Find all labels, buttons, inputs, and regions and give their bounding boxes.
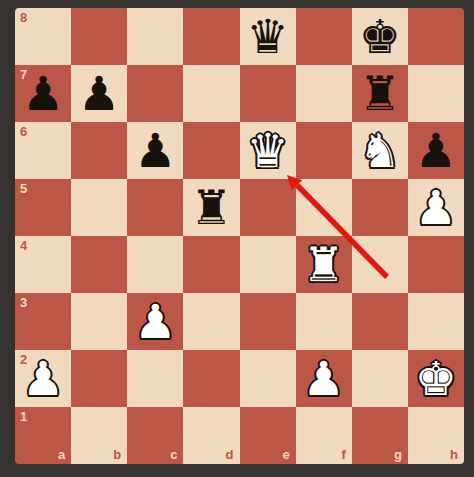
piece-white-pawn-h5[interactable]: ♟ bbox=[408, 179, 464, 236]
square-f8[interactable] bbox=[296, 8, 352, 65]
square-b8[interactable] bbox=[71, 8, 127, 65]
rank-label-4: 4 bbox=[20, 238, 27, 253]
square-h7[interactable] bbox=[408, 65, 464, 122]
square-d5[interactable]: ♜ bbox=[183, 179, 239, 236]
piece-black-rook-d5[interactable]: ♜ bbox=[183, 179, 239, 236]
square-a8[interactable]: 8 bbox=[15, 8, 71, 65]
piece-black-pawn-a7[interactable]: ♟ bbox=[15, 65, 71, 122]
piece-black-pawn-c6[interactable]: ♟ bbox=[127, 122, 183, 179]
square-d7[interactable] bbox=[183, 65, 239, 122]
square-c3[interactable]: ♟ bbox=[127, 293, 183, 350]
square-h6[interactable]: ♟ bbox=[408, 122, 464, 179]
square-f2[interactable]: ♟ bbox=[296, 350, 352, 407]
file-label-h: h bbox=[450, 447, 458, 462]
square-e8[interactable]: ♛ bbox=[240, 8, 296, 65]
square-e7[interactable] bbox=[240, 65, 296, 122]
square-e3[interactable] bbox=[240, 293, 296, 350]
piece-white-pawn-f2[interactable]: ♟ bbox=[296, 350, 352, 407]
file-label-b: b bbox=[113, 447, 121, 462]
square-f1[interactable]: f bbox=[296, 407, 352, 464]
piece-black-king-g8[interactable]: ♚ bbox=[352, 8, 408, 65]
square-c2[interactable] bbox=[127, 350, 183, 407]
square-a6[interactable]: 6 bbox=[15, 122, 71, 179]
piece-white-queen-e6[interactable]: ♛ bbox=[240, 122, 296, 179]
square-a7[interactable]: 7♟ bbox=[15, 65, 71, 122]
square-h4[interactable] bbox=[408, 236, 464, 293]
square-g2[interactable] bbox=[352, 350, 408, 407]
square-g7[interactable]: ♜ bbox=[352, 65, 408, 122]
square-f6[interactable] bbox=[296, 122, 352, 179]
square-f4[interactable]: ♜ bbox=[296, 236, 352, 293]
square-e1[interactable]: e bbox=[240, 407, 296, 464]
file-label-c: c bbox=[170, 447, 177, 462]
rank-label-5: 5 bbox=[20, 181, 27, 196]
square-d2[interactable] bbox=[183, 350, 239, 407]
square-a4[interactable]: 4 bbox=[15, 236, 71, 293]
file-label-f: f bbox=[341, 447, 345, 462]
piece-white-pawn-a2[interactable]: ♟ bbox=[15, 350, 71, 407]
piece-white-king-h2[interactable]: ♚ bbox=[408, 350, 464, 407]
piece-black-queen-e8[interactable]: ♛ bbox=[240, 8, 296, 65]
square-f5[interactable] bbox=[296, 179, 352, 236]
square-d8[interactable] bbox=[183, 8, 239, 65]
square-c4[interactable] bbox=[127, 236, 183, 293]
square-b7[interactable]: ♟ bbox=[71, 65, 127, 122]
square-b3[interactable] bbox=[71, 293, 127, 350]
square-h5[interactable]: ♟ bbox=[408, 179, 464, 236]
square-h2[interactable]: ♚ bbox=[408, 350, 464, 407]
square-b6[interactable] bbox=[71, 122, 127, 179]
square-g6[interactable]: ♞ bbox=[352, 122, 408, 179]
square-d3[interactable] bbox=[183, 293, 239, 350]
square-b4[interactable] bbox=[71, 236, 127, 293]
rank-label-1: 1 bbox=[20, 409, 27, 424]
square-h8[interactable] bbox=[408, 8, 464, 65]
square-c6[interactable]: ♟ bbox=[127, 122, 183, 179]
square-f7[interactable] bbox=[296, 65, 352, 122]
square-e6[interactable]: ♛ bbox=[240, 122, 296, 179]
piece-white-rook-f4[interactable]: ♜ bbox=[296, 236, 352, 293]
piece-black-pawn-h6[interactable]: ♟ bbox=[408, 122, 464, 179]
square-g4[interactable] bbox=[352, 236, 408, 293]
square-c1[interactable]: c bbox=[127, 407, 183, 464]
square-e4[interactable] bbox=[240, 236, 296, 293]
square-c5[interactable] bbox=[127, 179, 183, 236]
piece-white-pawn-c3[interactable]: ♟ bbox=[127, 293, 183, 350]
square-d4[interactable] bbox=[183, 236, 239, 293]
file-label-e: e bbox=[282, 447, 289, 462]
board: 8♛♚7♟♟♜6♟♛♞♟5♜♟4♜3♟2♟♟♚1abcdefgh bbox=[15, 8, 464, 464]
square-a5[interactable]: 5 bbox=[15, 179, 71, 236]
square-b1[interactable]: b bbox=[71, 407, 127, 464]
square-g1[interactable]: g bbox=[352, 407, 408, 464]
square-h3[interactable] bbox=[408, 293, 464, 350]
square-d6[interactable] bbox=[183, 122, 239, 179]
square-a2[interactable]: 2♟ bbox=[15, 350, 71, 407]
square-a1[interactable]: 1a bbox=[15, 407, 71, 464]
square-c8[interactable] bbox=[127, 8, 183, 65]
file-label-a: a bbox=[58, 447, 65, 462]
piece-black-pawn-b7[interactable]: ♟ bbox=[71, 65, 127, 122]
square-g3[interactable] bbox=[352, 293, 408, 350]
square-a3[interactable]: 3 bbox=[15, 293, 71, 350]
file-label-d: d bbox=[226, 447, 234, 462]
square-d1[interactable]: d bbox=[183, 407, 239, 464]
square-e5[interactable] bbox=[240, 179, 296, 236]
square-h1[interactable]: h bbox=[408, 407, 464, 464]
square-e2[interactable] bbox=[240, 350, 296, 407]
file-label-g: g bbox=[394, 447, 402, 462]
rank-label-3: 3 bbox=[20, 295, 27, 310]
rank-label-6: 6 bbox=[20, 124, 27, 139]
piece-white-knight-g6[interactable]: ♞ bbox=[352, 122, 408, 179]
board-frame: 8♛♚7♟♟♜6♟♛♞♟5♜♟4♜3♟2♟♟♚1abcdefgh bbox=[0, 0, 474, 477]
rank-label-8: 8 bbox=[20, 10, 27, 25]
square-f3[interactable] bbox=[296, 293, 352, 350]
square-b2[interactable] bbox=[71, 350, 127, 407]
square-g5[interactable] bbox=[352, 179, 408, 236]
piece-black-rook-g7[interactable]: ♜ bbox=[352, 65, 408, 122]
square-g8[interactable]: ♚ bbox=[352, 8, 408, 65]
square-c7[interactable] bbox=[127, 65, 183, 122]
square-b5[interactable] bbox=[71, 179, 127, 236]
